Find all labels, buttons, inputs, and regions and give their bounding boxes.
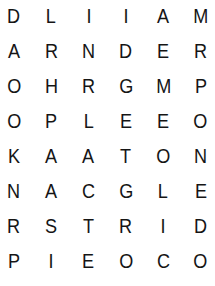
grid-cell[interactable]: N (70, 33, 107, 68)
grid-cell[interactable]: L (32, 0, 69, 33)
grid-cell[interactable]: P (32, 103, 69, 138)
grid-letter: N (194, 145, 207, 166)
grid-cell[interactable]: M (182, 0, 215, 33)
grid-cell[interactable]: M (145, 68, 182, 103)
grid-letter: O (119, 250, 133, 271)
grid-letter: S (45, 215, 57, 236)
grid-cell[interactable]: D (0, 0, 32, 33)
grid-cell[interactable]: A (32, 173, 69, 208)
grid-cell[interactable]: T (70, 208, 107, 243)
grid-cell[interactable]: G (107, 173, 144, 208)
grid-cell[interactable]: H (32, 68, 69, 103)
grid-cell[interactable]: A (145, 0, 182, 33)
grid-letter: E (120, 110, 132, 131)
grid-letter: N (7, 180, 20, 201)
grid-letter: R (194, 40, 207, 61)
grid-cell[interactable]: R (70, 68, 107, 103)
grid-letter: D (119, 40, 132, 61)
grid-cell[interactable]: L (70, 103, 107, 138)
grid-letter: M (156, 75, 171, 96)
grid-letter: E (157, 40, 169, 61)
grid-letter: A (8, 40, 20, 61)
grid-cell[interactable]: I (107, 0, 144, 33)
grid-letter: R (82, 75, 95, 96)
grid-cell[interactable]: O (182, 103, 215, 138)
grid-letter: M (193, 5, 208, 26)
grid-letter: E (157, 110, 169, 131)
grid-cell[interactable]: I (145, 208, 182, 243)
grid-cell[interactable]: N (0, 173, 32, 208)
grid-cell[interactable]: I (70, 0, 107, 33)
grid-letter: D (194, 215, 207, 236)
grid-cell[interactable]: R (182, 33, 215, 68)
grid-letter: A (45, 145, 57, 166)
grid-cell[interactable]: O (107, 243, 144, 278)
grid-letter: O (7, 75, 21, 96)
grid-letter: G (119, 180, 133, 201)
grid-letter: E (82, 250, 94, 271)
grid-letter: R (45, 40, 58, 61)
grid-cell[interactable]: D (182, 208, 215, 243)
grid-cell[interactable]: L (145, 173, 182, 208)
grid-letter: I (123, 5, 128, 26)
grid-letter: H (45, 75, 58, 96)
grid-cell[interactable]: I (32, 243, 69, 278)
grid-cell[interactable]: E (145, 33, 182, 68)
grid-letter: T (120, 145, 131, 166)
grid-letter: G (119, 75, 133, 96)
grid-cell[interactable]: C (145, 243, 182, 278)
grid-letter: L (158, 180, 168, 201)
grid-letter: O (7, 110, 21, 131)
grid-letter: I (161, 215, 166, 236)
grid-cell[interactable]: O (145, 138, 182, 173)
grid-letter: L (46, 5, 56, 26)
grid-letter: L (83, 110, 93, 131)
grid-cell[interactable]: T (107, 138, 144, 173)
grid-letter: A (82, 145, 94, 166)
grid-letter: C (157, 250, 170, 271)
grid-letter: O (194, 250, 208, 271)
grid-cell[interactable]: A (32, 138, 69, 173)
grid-cell[interactable]: C (70, 173, 107, 208)
grid-cell[interactable]: E (70, 243, 107, 278)
grid-cell[interactable]: E (182, 173, 215, 208)
grid-cell[interactable]: O (0, 68, 32, 103)
grid-cell[interactable]: N (182, 138, 215, 173)
grid-letter: I (86, 5, 91, 26)
grid-cell[interactable]: R (0, 208, 32, 243)
grid-letter: E (195, 180, 207, 201)
grid-letter: I (49, 250, 54, 271)
grid-cell[interactable]: K (0, 138, 32, 173)
grid-letter: T (83, 215, 94, 236)
grid-cell[interactable]: P (182, 68, 215, 103)
grid-cell[interactable]: D (107, 33, 144, 68)
grid-cell[interactable]: A (70, 138, 107, 173)
grid-cell[interactable]: A (0, 33, 32, 68)
word-search-grid: DLIIAMARNDEROHRGMPOPLEEOKAATONNACGLERSTR… (0, 0, 215, 278)
grid-cell[interactable]: R (107, 208, 144, 243)
grid-letter: R (7, 215, 20, 236)
grid-cell[interactable]: R (32, 33, 69, 68)
grid-letter: K (8, 145, 20, 166)
grid-cell[interactable]: E (107, 103, 144, 138)
grid-letter: P (45, 110, 57, 131)
grid-letter: P (195, 75, 207, 96)
grid-cell[interactable]: O (0, 103, 32, 138)
grid-cell[interactable]: E (145, 103, 182, 138)
grid-letter: N (82, 40, 95, 61)
grid-cell[interactable]: O (182, 243, 215, 278)
grid-cell[interactable]: G (107, 68, 144, 103)
grid-letter: A (45, 180, 57, 201)
grid-letter: O (156, 145, 170, 166)
grid-letter: R (119, 215, 132, 236)
grid-cell[interactable]: S (32, 208, 69, 243)
grid-letter: C (82, 180, 95, 201)
grid-letter: P (8, 250, 20, 271)
grid-letter: O (194, 110, 208, 131)
grid-letter: A (157, 5, 169, 26)
grid-cell[interactable]: P (0, 243, 32, 278)
grid-letter: D (7, 5, 20, 26)
